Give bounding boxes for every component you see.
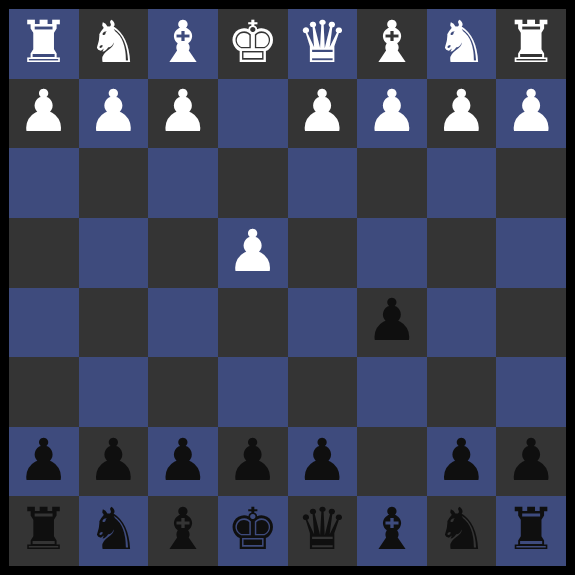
square-h3[interactable] [9,148,79,218]
square-d5[interactable] [288,288,358,358]
piece-black-pawn[interactable]: ♟ [157,431,209,489]
square-c3[interactable] [357,148,427,218]
piece-black-pawn[interactable]: ♟ [227,431,279,489]
square-a4[interactable] [496,218,566,288]
square-h8[interactable]: ♜ [9,496,79,566]
square-h4[interactable] [9,218,79,288]
square-d1[interactable]: ♛ [288,9,358,79]
piece-white-knight[interactable]: ♞ [87,13,139,71]
piece-black-bishop[interactable]: ♝ [157,500,209,558]
piece-black-pawn[interactable]: ♟ [505,431,557,489]
square-d6[interactable] [288,357,358,427]
square-g1[interactable]: ♞ [79,9,149,79]
square-g5[interactable] [79,288,149,358]
square-f2[interactable]: ♟ [148,79,218,149]
piece-white-rook[interactable]: ♜ [18,13,70,71]
piece-white-pawn[interactable]: ♟ [505,82,557,140]
square-d7[interactable]: ♟ [288,427,358,497]
piece-white-bishop[interactable]: ♝ [366,13,418,71]
square-e3[interactable] [218,148,288,218]
piece-white-knight[interactable]: ♞ [436,13,488,71]
square-f3[interactable] [148,148,218,218]
square-c6[interactable] [357,357,427,427]
square-b8[interactable]: ♞ [427,496,497,566]
square-a3[interactable] [496,148,566,218]
piece-white-pawn[interactable]: ♟ [87,82,139,140]
square-h1[interactable]: ♜ [9,9,79,79]
square-g8[interactable]: ♞ [79,496,149,566]
square-f1[interactable]: ♝ [148,9,218,79]
piece-black-king[interactable]: ♚ [227,500,279,558]
piece-white-pawn[interactable]: ♟ [436,82,488,140]
piece-black-bishop[interactable]: ♝ [366,500,418,558]
square-e8[interactable]: ♚ [218,496,288,566]
piece-black-pawn[interactable]: ♟ [18,431,70,489]
square-b5[interactable] [427,288,497,358]
square-c5[interactable]: ♟ [357,288,427,358]
square-f8[interactable]: ♝ [148,496,218,566]
piece-white-pawn[interactable]: ♟ [18,82,70,140]
chess-board-frame: ♜♞♝♚♛♝♞♜♟♟♟♟♟♟♟♟♟♟♟♟♟♟♟♟♜♞♝♚♛♝♞♜ [0,0,575,575]
square-f4[interactable] [148,218,218,288]
square-c2[interactable]: ♟ [357,79,427,149]
piece-black-pawn[interactable]: ♟ [436,431,488,489]
square-e6[interactable] [218,357,288,427]
square-e7[interactable]: ♟ [218,427,288,497]
square-c1[interactable]: ♝ [357,9,427,79]
square-h7[interactable]: ♟ [9,427,79,497]
piece-white-pawn[interactable]: ♟ [157,82,209,140]
square-e5[interactable] [218,288,288,358]
square-g4[interactable] [79,218,149,288]
square-a1[interactable]: ♜ [496,9,566,79]
piece-white-rook[interactable]: ♜ [505,13,557,71]
piece-black-knight[interactable]: ♞ [436,500,488,558]
square-g7[interactable]: ♟ [79,427,149,497]
square-b3[interactable] [427,148,497,218]
square-c8[interactable]: ♝ [357,496,427,566]
square-e2[interactable] [218,79,288,149]
piece-black-knight[interactable]: ♞ [87,500,139,558]
piece-black-queen[interactable]: ♛ [296,500,348,558]
piece-white-pawn[interactable]: ♟ [227,222,279,280]
square-c4[interactable] [357,218,427,288]
square-g2[interactable]: ♟ [79,79,149,149]
piece-black-pawn[interactable]: ♟ [296,431,348,489]
piece-white-pawn[interactable]: ♟ [296,82,348,140]
square-g6[interactable] [79,357,149,427]
piece-white-king[interactable]: ♚ [227,13,279,71]
square-d2[interactable]: ♟ [288,79,358,149]
square-b7[interactable]: ♟ [427,427,497,497]
piece-black-rook[interactable]: ♜ [505,500,557,558]
square-a5[interactable] [496,288,566,358]
square-b6[interactable] [427,357,497,427]
square-d3[interactable] [288,148,358,218]
square-a2[interactable]: ♟ [496,79,566,149]
square-f5[interactable] [148,288,218,358]
piece-white-queen[interactable]: ♛ [296,13,348,71]
square-e4[interactable]: ♟ [218,218,288,288]
square-b1[interactable]: ♞ [427,9,497,79]
square-e1[interactable]: ♚ [218,9,288,79]
square-h2[interactable]: ♟ [9,79,79,149]
square-c7[interactable] [357,427,427,497]
piece-black-pawn[interactable]: ♟ [87,431,139,489]
square-d8[interactable]: ♛ [288,496,358,566]
piece-black-rook[interactable]: ♜ [18,500,70,558]
piece-white-bishop[interactable]: ♝ [157,13,209,71]
square-a7[interactable]: ♟ [496,427,566,497]
square-h5[interactable] [9,288,79,358]
square-f7[interactable]: ♟ [148,427,218,497]
square-f6[interactable] [148,357,218,427]
square-d4[interactable] [288,218,358,288]
square-a8[interactable]: ♜ [496,496,566,566]
square-g3[interactable] [79,148,149,218]
chess-board: ♜♞♝♚♛♝♞♜♟♟♟♟♟♟♟♟♟♟♟♟♟♟♟♟♜♞♝♚♛♝♞♜ [9,9,566,566]
square-b4[interactable] [427,218,497,288]
piece-black-pawn[interactable]: ♟ [366,291,418,349]
square-h6[interactable] [9,357,79,427]
square-b2[interactable]: ♟ [427,79,497,149]
square-a6[interactable] [496,357,566,427]
piece-white-pawn[interactable]: ♟ [366,82,418,140]
